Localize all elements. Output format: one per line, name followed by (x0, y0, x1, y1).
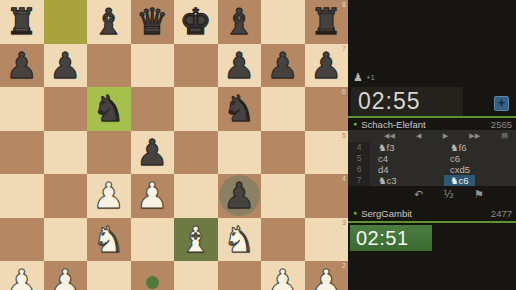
square-a4[interactable] (0, 174, 44, 218)
square-c4[interactable]: ♟ (87, 174, 131, 218)
square-g5[interactable] (261, 131, 305, 175)
black-bishop-f8: ♝ (223, 0, 255, 44)
square-d2[interactable] (131, 261, 175, 290)
move-black[interactable]: cxd5 (444, 164, 516, 175)
square-e4[interactable] (174, 174, 218, 218)
move-number: 5 (348, 153, 370, 164)
square-f7[interactable]: ♟ (218, 44, 262, 88)
move-row: 7 ♞c3 ♞c6 (348, 175, 516, 186)
captured-pieces: ♟ +1 (353, 71, 375, 84)
black-pawn-b7: ♟ (49, 44, 81, 88)
top-player-name[interactable]: Schach-Elefant (361, 119, 425, 130)
square-b3[interactable] (44, 218, 88, 262)
move-number: 4 (348, 142, 370, 153)
square-b2[interactable]: ♟ (44, 261, 88, 290)
square-a7[interactable]: ♟ (0, 44, 44, 88)
rank-label-3: 3 (342, 218, 346, 227)
rank-label-6: 6 (342, 87, 346, 96)
move-dest-dot (146, 276, 159, 289)
black-rook-a8: ♜ (6, 0, 38, 44)
move-white[interactable]: ♞c3 (370, 175, 444, 186)
black-bishop-c8: ♝ (93, 0, 125, 44)
square-b8[interactable] (44, 0, 88, 44)
game-screen: ♜♝♛♚♝♜8♟♟♟♟♟7♞♞6♟5♟♟♟4♞♝♞3♟♟♟♟2 ♟ +1 02:… (0, 0, 516, 290)
black-knight-f6: ♞ (223, 87, 255, 131)
bottom-player-rating: 2477 (491, 208, 512, 219)
square-d7[interactable] (131, 44, 175, 88)
square-a2[interactable]: ♟ (0, 261, 44, 290)
rank-label-4: 4 (342, 174, 346, 183)
captured-pawn-icon: ♟ (353, 71, 363, 84)
bottom-player-name[interactable]: SergGambit (361, 208, 412, 219)
square-e5[interactable] (174, 131, 218, 175)
bottom-player-clock-active: 02:51 (350, 225, 432, 251)
square-d6[interactable] (131, 87, 175, 131)
square-b5[interactable] (44, 131, 88, 175)
sidebar: ♟ +1 02:55 + ● Schach-Elefant 2565 ◀◀ ◀ … (348, 0, 516, 290)
square-c6[interactable]: ♞ (87, 87, 131, 131)
square-d5[interactable]: ♟ (131, 131, 175, 175)
move-white[interactable]: d4 (370, 164, 444, 175)
square-a3[interactable] (0, 218, 44, 262)
move-row: 6 d4 cxd5 (348, 164, 516, 175)
rank-label-8: 8 (342, 0, 346, 9)
square-c5[interactable] (87, 131, 131, 175)
move-number: 6 (348, 164, 370, 175)
top-player-clock: 02:55 (351, 87, 463, 116)
last-move-button[interactable]: ▶▶ (469, 130, 480, 142)
material-advantage: +1 (366, 73, 375, 82)
square-h4[interactable]: 4 (305, 174, 349, 218)
square-h8[interactable]: ♜8 (305, 0, 349, 44)
square-g6[interactable] (261, 87, 305, 131)
black-pawn-h7: ♟ (310, 44, 342, 88)
move-white[interactable]: ♞f3 (370, 142, 444, 153)
online-dot: ● (353, 118, 357, 130)
move-black[interactable]: c6 (444, 153, 516, 164)
black-pawn-d5: ♟ (136, 131, 168, 175)
black-queen-d8: ♛ (136, 0, 168, 44)
square-d3[interactable] (131, 218, 175, 262)
square-a6[interactable] (0, 87, 44, 131)
black-pawn-a7: ♟ (6, 44, 38, 88)
white-pawn-c4: ♟ (93, 174, 125, 218)
square-h7[interactable]: ♟7 (305, 44, 349, 88)
online-dot: ● (353, 207, 357, 219)
square-c2[interactable] (87, 261, 131, 290)
black-knight-c6: ♞ (93, 87, 125, 131)
rank-label-7: 7 (342, 44, 346, 53)
square-a5[interactable] (0, 131, 44, 175)
square-g7[interactable]: ♟ (261, 44, 305, 88)
board-area: ♜♝♛♚♝♜8♟♟♟♟♟7♞♞6♟5♟♟♟4♞♝♞3♟♟♟♟2 (0, 0, 348, 290)
square-e7[interactable] (174, 44, 218, 88)
top-player-rating: 2565 (491, 119, 512, 130)
move-white[interactable]: c4 (370, 153, 444, 164)
square-e6[interactable] (174, 87, 218, 131)
move-number: 7 (348, 175, 370, 186)
move-black-current[interactable]: ♞c6 (444, 175, 516, 186)
black-rook-h8: ♜ (310, 0, 342, 44)
square-e8[interactable]: ♚ (174, 0, 218, 44)
square-f8[interactable]: ♝ (218, 0, 262, 44)
square-h6[interactable]: 6 (305, 87, 349, 131)
black-pawn-f4: ♟ (223, 174, 255, 218)
square-g8[interactable] (261, 0, 305, 44)
square-a8[interactable]: ♜ (0, 0, 44, 44)
white-bishop-e3: ♝ (180, 218, 212, 262)
top-player-row: ● Schach-Elefant 2565 (353, 118, 512, 130)
square-g3[interactable] (261, 218, 305, 262)
square-f6[interactable]: ♞ (218, 87, 262, 131)
square-e2[interactable] (174, 261, 218, 290)
square-b7[interactable]: ♟ (44, 44, 88, 88)
square-g2[interactable]: ♟ (261, 261, 305, 290)
move-nav-bar: ◀◀ ◀ ▶ ▶▶ ▤ (348, 130, 516, 142)
square-b6[interactable] (44, 87, 88, 131)
move-black[interactable]: ♞f6 (444, 142, 516, 153)
give-more-time-button[interactable]: + (494, 96, 509, 111)
square-d8[interactable]: ♛ (131, 0, 175, 44)
board-menu-icon[interactable]: ▤ (501, 130, 508, 142)
white-pawn-h2: ♟ (310, 261, 342, 290)
resign-flag-button[interactable]: ⚑ (474, 188, 484, 202)
next-move-button[interactable]: ▶ (443, 130, 448, 142)
offer-draw-button[interactable]: ½ (443, 188, 454, 202)
black-pawn-g7: ♟ (267, 44, 299, 88)
move-row: 4 ♞f3 ♞f6 (348, 142, 516, 153)
square-f3[interactable]: ♞ (218, 218, 262, 262)
prev-move-button[interactable]: ◀ (416, 130, 421, 142)
square-e3[interactable]: ♝ (174, 218, 218, 262)
first-move-button[interactable]: ◀◀ (384, 130, 395, 142)
bottom-player-underline (348, 221, 516, 223)
square-f4[interactable]: ♟ (218, 174, 262, 218)
square-c3[interactable]: ♞ (87, 218, 131, 262)
rank-label-2: 2 (342, 261, 346, 270)
black-pawn-f7: ♟ (223, 44, 255, 88)
white-knight-c3: ♞ (93, 218, 125, 262)
white-pawn-b2: ♟ (49, 261, 81, 290)
square-h2[interactable]: ♟2 (305, 261, 349, 290)
bottom-player-row: ● SergGambit 2477 (353, 207, 512, 219)
square-f5[interactable] (218, 131, 262, 175)
white-knight-f3: ♞ (223, 218, 255, 262)
square-d4[interactable]: ♟ (131, 174, 175, 218)
game-action-bar: ↶ ½ ⚑ (414, 188, 484, 202)
white-pawn-d4: ♟ (136, 174, 168, 218)
white-pawn-a2: ♟ (6, 261, 38, 290)
move-row: 5 c4 c6 (348, 153, 516, 164)
square-f2[interactable] (218, 261, 262, 290)
white-pawn-g2: ♟ (267, 261, 299, 290)
black-king-e8: ♚ (180, 0, 212, 44)
square-h3[interactable]: 3 (305, 218, 349, 262)
square-b4[interactable] (44, 174, 88, 218)
rank-label-5: 5 (342, 131, 346, 140)
move-list-panel: ◀◀ ◀ ▶ ▶▶ ▤ 4 ♞f3 ♞f6 5 c4 c6 6 d4 cxd5 (348, 130, 516, 186)
chess-board: ♜♝♛♚♝♜8♟♟♟♟♟7♞♞6♟5♟♟♟4♞♝♞3♟♟♟♟2 (0, 0, 348, 290)
takeback-button[interactable]: ↶ (414, 188, 423, 202)
square-g4[interactable] (261, 174, 305, 218)
square-c7[interactable] (87, 44, 131, 88)
square-h5[interactable]: 5 (305, 131, 349, 175)
square-c8[interactable]: ♝ (87, 0, 131, 44)
